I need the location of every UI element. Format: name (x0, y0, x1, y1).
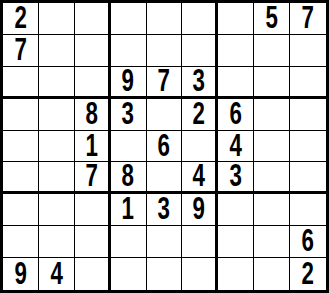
sudoku-puzzle: 2577973832616478431396942 (0, 0, 329, 293)
cell-r5c6[interactable] (182, 131, 218, 163)
cell-r8c4[interactable] (111, 226, 147, 258)
given-digit: 4 (193, 162, 205, 193)
cell-r4c6[interactable]: 2 (182, 99, 218, 131)
cell-r2c5[interactable] (147, 35, 183, 67)
cell-r4c3[interactable]: 8 (75, 99, 111, 131)
cell-r3c7[interactable] (218, 67, 254, 99)
cell-r3c1[interactable] (3, 67, 39, 99)
cell-r7c6[interactable]: 9 (182, 194, 218, 226)
cell-r7c1[interactable] (3, 194, 39, 226)
given-digit: 2 (14, 3, 26, 35)
cell-r3c8[interactable] (254, 67, 290, 99)
cell-r2c6[interactable] (182, 35, 218, 67)
given-digit: 6 (302, 226, 314, 258)
cell-r8c8[interactable] (254, 226, 290, 258)
cell-r2c2[interactable] (39, 35, 75, 67)
cell-r4c5[interactable] (147, 99, 183, 131)
given-digit: 9 (193, 194, 205, 226)
cell-r4c9[interactable] (290, 99, 326, 131)
cell-r1c1[interactable]: 2 (3, 3, 39, 35)
cell-r1c4[interactable] (111, 3, 147, 35)
given-digit: 7 (158, 67, 170, 98)
cell-r5c3[interactable]: 1 (75, 131, 111, 163)
cell-r8c3[interactable] (75, 226, 111, 258)
cell-r1c7[interactable] (218, 3, 254, 35)
given-digit: 4 (230, 131, 242, 163)
cell-r7c7[interactable] (218, 194, 254, 226)
cell-r4c4[interactable]: 3 (111, 99, 147, 131)
cell-r1c3[interactable] (75, 3, 111, 35)
cell-r7c5[interactable]: 3 (147, 194, 183, 226)
given-digit: 5 (265, 3, 277, 35)
given-digit: 8 (122, 162, 134, 193)
cell-r2c3[interactable] (75, 35, 111, 67)
cell-r6c7[interactable]: 3 (218, 162, 254, 194)
given-digit: 6 (230, 99, 242, 131)
cell-r5c1[interactable] (3, 131, 39, 163)
cell-r6c1[interactable] (3, 162, 39, 194)
cell-r4c8[interactable] (254, 99, 290, 131)
cell-r9c7[interactable] (218, 258, 254, 290)
given-digit: 1 (85, 131, 97, 163)
cell-r2c7[interactable] (218, 35, 254, 67)
cell-r2c4[interactable] (111, 35, 147, 67)
given-digit: 6 (158, 131, 170, 163)
cell-r3c5[interactable]: 7 (147, 67, 183, 99)
cell-r6c3[interactable]: 7 (75, 162, 111, 194)
given-digit: 9 (122, 67, 134, 98)
sudoku-board: 2577973832616478431396942 (0, 0, 329, 293)
given-digit: 7 (302, 3, 314, 35)
cell-r2c1[interactable]: 7 (3, 35, 39, 67)
cell-r6c5[interactable] (147, 162, 183, 194)
cell-r6c4[interactable]: 8 (111, 162, 147, 194)
cell-r3c9[interactable] (290, 67, 326, 99)
given-digit: 2 (193, 99, 205, 131)
cell-r2c9[interactable] (290, 35, 326, 67)
cell-r8c6[interactable] (182, 226, 218, 258)
given-digit: 8 (85, 99, 97, 131)
cell-r7c9[interactable] (290, 194, 326, 226)
cell-r3c4[interactable]: 9 (111, 67, 147, 99)
given-digit: 1 (122, 194, 134, 226)
cell-r3c3[interactable] (75, 67, 111, 99)
cell-r6c2[interactable] (39, 162, 75, 194)
cell-r8c7[interactable] (218, 226, 254, 258)
given-digit: 3 (193, 67, 205, 98)
cell-r5c7[interactable]: 4 (218, 131, 254, 163)
cell-r6c9[interactable] (290, 162, 326, 194)
cell-r1c5[interactable] (147, 3, 183, 35)
cell-r4c2[interactable] (39, 99, 75, 131)
cell-r7c8[interactable] (254, 194, 290, 226)
given-digit: 7 (14, 35, 26, 67)
given-digit: 7 (85, 162, 97, 193)
cell-r8c9[interactable]: 6 (290, 226, 326, 258)
cell-r9c2[interactable]: 4 (39, 258, 75, 290)
cell-r6c6[interactable]: 4 (182, 162, 218, 194)
cell-r8c2[interactable] (39, 226, 75, 258)
given-digit: 9 (14, 258, 26, 290)
cell-r2c8[interactable] (254, 35, 290, 67)
cell-r1c2[interactable] (39, 3, 75, 35)
cell-r1c9[interactable]: 7 (290, 3, 326, 35)
cell-r7c2[interactable] (39, 194, 75, 226)
cell-r1c8[interactable]: 5 (254, 3, 290, 35)
given-digit: 4 (50, 258, 62, 290)
given-digit: 3 (158, 194, 170, 226)
cell-r7c4[interactable]: 1 (111, 194, 147, 226)
cell-r8c5[interactable] (147, 226, 183, 258)
cell-r1c6[interactable] (182, 3, 218, 35)
given-digit: 3 (122, 99, 134, 131)
cell-r4c7[interactable]: 6 (218, 99, 254, 131)
cell-r4c1[interactable] (3, 99, 39, 131)
cell-r3c6[interactable]: 3 (182, 67, 218, 99)
cell-r7c3[interactable] (75, 194, 111, 226)
cell-r5c4[interactable] (111, 131, 147, 163)
cell-r5c9[interactable] (290, 131, 326, 163)
cell-r6c8[interactable] (254, 162, 290, 194)
cell-r9c4[interactable] (111, 258, 147, 290)
cell-r9c3[interactable] (75, 258, 111, 290)
cell-r9c8[interactable] (254, 258, 290, 290)
cell-r9c5[interactable] (147, 258, 183, 290)
cell-r3c2[interactable] (39, 67, 75, 99)
cell-r9c9[interactable]: 2 (290, 258, 326, 290)
given-digit: 2 (302, 258, 314, 290)
given-digit: 3 (230, 162, 242, 193)
cell-r9c1[interactable]: 9 (3, 258, 39, 290)
cell-r5c8[interactable] (254, 131, 290, 163)
cell-r5c5[interactable]: 6 (147, 131, 183, 163)
cell-r5c2[interactable] (39, 131, 75, 163)
cell-r9c6[interactable] (182, 258, 218, 290)
cell-r8c1[interactable] (3, 226, 39, 258)
